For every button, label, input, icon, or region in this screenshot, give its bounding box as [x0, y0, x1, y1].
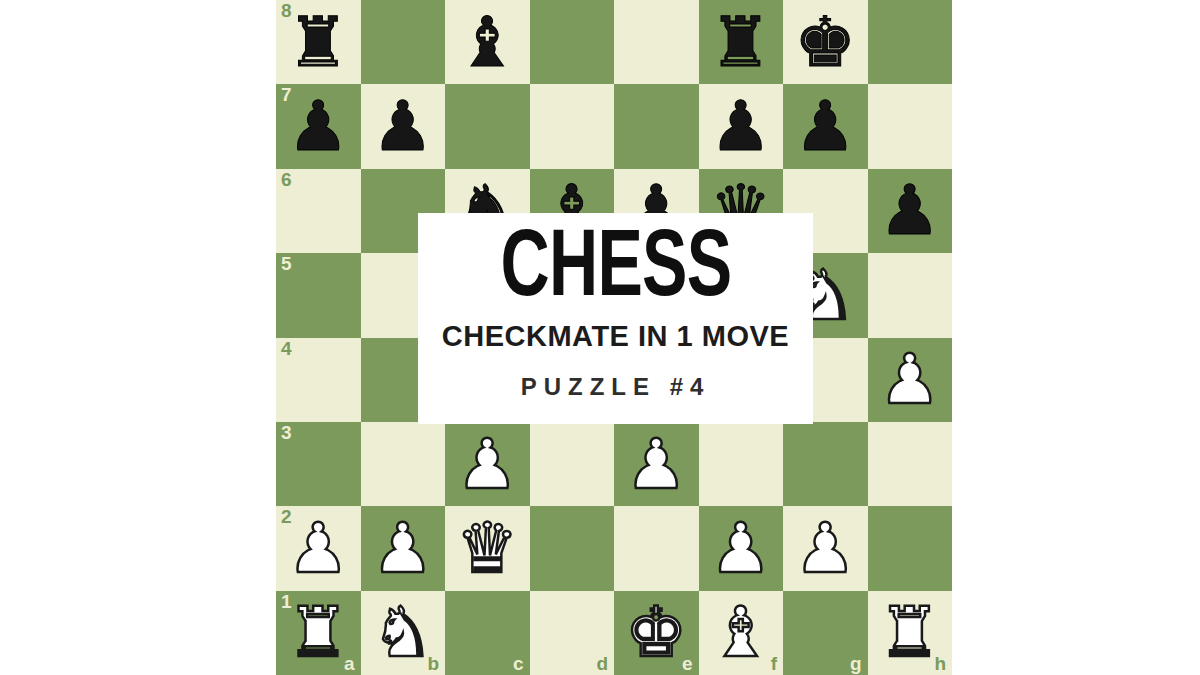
square-g7: ♟: [783, 84, 868, 168]
file-label-b: b: [427, 654, 439, 675]
white-pawn-icon: ♟: [445, 422, 530, 506]
square-a1: 1a♜: [276, 591, 361, 675]
file-label-c: c: [513, 654, 524, 675]
square-c2: ♛: [445, 506, 530, 590]
file-label-d: d: [596, 654, 608, 675]
square-d8: [530, 0, 615, 84]
white-pawn-icon: ♟: [699, 506, 784, 590]
square-h5: [868, 253, 953, 337]
black-bishop-icon: ♝: [445, 0, 530, 84]
square-h3: [868, 422, 953, 506]
black-pawn-icon: ♟: [699, 84, 784, 168]
square-e3: ♟: [614, 422, 699, 506]
title-text: CHESS: [500, 215, 731, 309]
rank-label-6: 6: [281, 170, 292, 191]
square-b3: [361, 422, 446, 506]
square-f3: [699, 422, 784, 506]
square-g1: g: [783, 591, 868, 675]
white-pawn-icon: ♟: [868, 338, 953, 422]
white-pawn-icon: ♟: [614, 422, 699, 506]
square-b8: [361, 0, 446, 84]
square-h7: [868, 84, 953, 168]
square-h4: ♟: [868, 338, 953, 422]
rank-label-3: 3: [281, 423, 292, 444]
square-a4: 4: [276, 338, 361, 422]
square-b2: ♟: [361, 506, 446, 590]
file-label-g: g: [850, 654, 862, 675]
square-f7: ♟: [699, 84, 784, 168]
square-a3: 3: [276, 422, 361, 506]
square-a8: 8♜: [276, 0, 361, 84]
square-c8: ♝: [445, 0, 530, 84]
square-d1: d: [530, 591, 615, 675]
rank-label-4: 4: [281, 339, 292, 360]
file-label-e: e: [682, 654, 693, 675]
square-a5: 5: [276, 253, 361, 337]
black-pawn-icon: ♟: [868, 169, 953, 253]
square-e8: [614, 0, 699, 84]
rank-label-1: 1: [281, 592, 292, 613]
square-e2: [614, 506, 699, 590]
page: 8♜♝♜♚7♟♟♟♟6♞♝♟♛♟5♞4♟3♟♟2♟♟♛♟♟1a♜b♞cde♚f♝…: [0, 0, 1200, 675]
square-f1: f♝: [699, 591, 784, 675]
square-h2: [868, 506, 953, 590]
square-d3: [530, 422, 615, 506]
white-queen-icon: ♛: [445, 506, 530, 590]
square-g2: ♟: [783, 506, 868, 590]
square-e7: [614, 84, 699, 168]
square-b1: b♞: [361, 591, 446, 675]
black-pawn-icon: ♟: [361, 84, 446, 168]
title-card: CHESS CHECKMATE IN 1 MOVE PUZZLE #4: [418, 213, 813, 424]
square-b7: ♟: [361, 84, 446, 168]
square-a7: 7♟: [276, 84, 361, 168]
square-c7: [445, 84, 530, 168]
square-g8: ♚: [783, 0, 868, 84]
white-pawn-icon: ♟: [361, 506, 446, 590]
rank-label-7: 7: [281, 85, 292, 106]
square-f2: ♟: [699, 506, 784, 590]
white-pawn-icon: ♟: [783, 506, 868, 590]
square-h8: [868, 0, 953, 84]
square-c1: c: [445, 591, 530, 675]
square-d2: [530, 506, 615, 590]
square-a6: 6: [276, 169, 361, 253]
rank-label-5: 5: [281, 254, 292, 275]
square-h6: ♟: [868, 169, 953, 253]
file-label-a: a: [344, 654, 355, 675]
square-a2: 2♟: [276, 506, 361, 590]
black-pawn-icon: ♟: [783, 84, 868, 168]
square-g3: [783, 422, 868, 506]
file-label-h: h: [934, 654, 946, 675]
subtitle-text: CHECKMATE IN 1 MOVE: [442, 320, 789, 353]
square-f8: ♜: [699, 0, 784, 84]
file-label-f: f: [771, 654, 777, 675]
rank-label-2: 2: [281, 507, 292, 528]
square-c3: ♟: [445, 422, 530, 506]
rank-label-8: 8: [281, 1, 292, 22]
square-e1: e♚: [614, 591, 699, 675]
black-king-icon: ♚: [783, 0, 868, 84]
square-d7: [530, 84, 615, 168]
puzzle-number-text: PUZZLE #4: [521, 373, 711, 401]
square-h1: h♜: [868, 591, 953, 675]
black-rook-icon: ♜: [699, 0, 784, 84]
